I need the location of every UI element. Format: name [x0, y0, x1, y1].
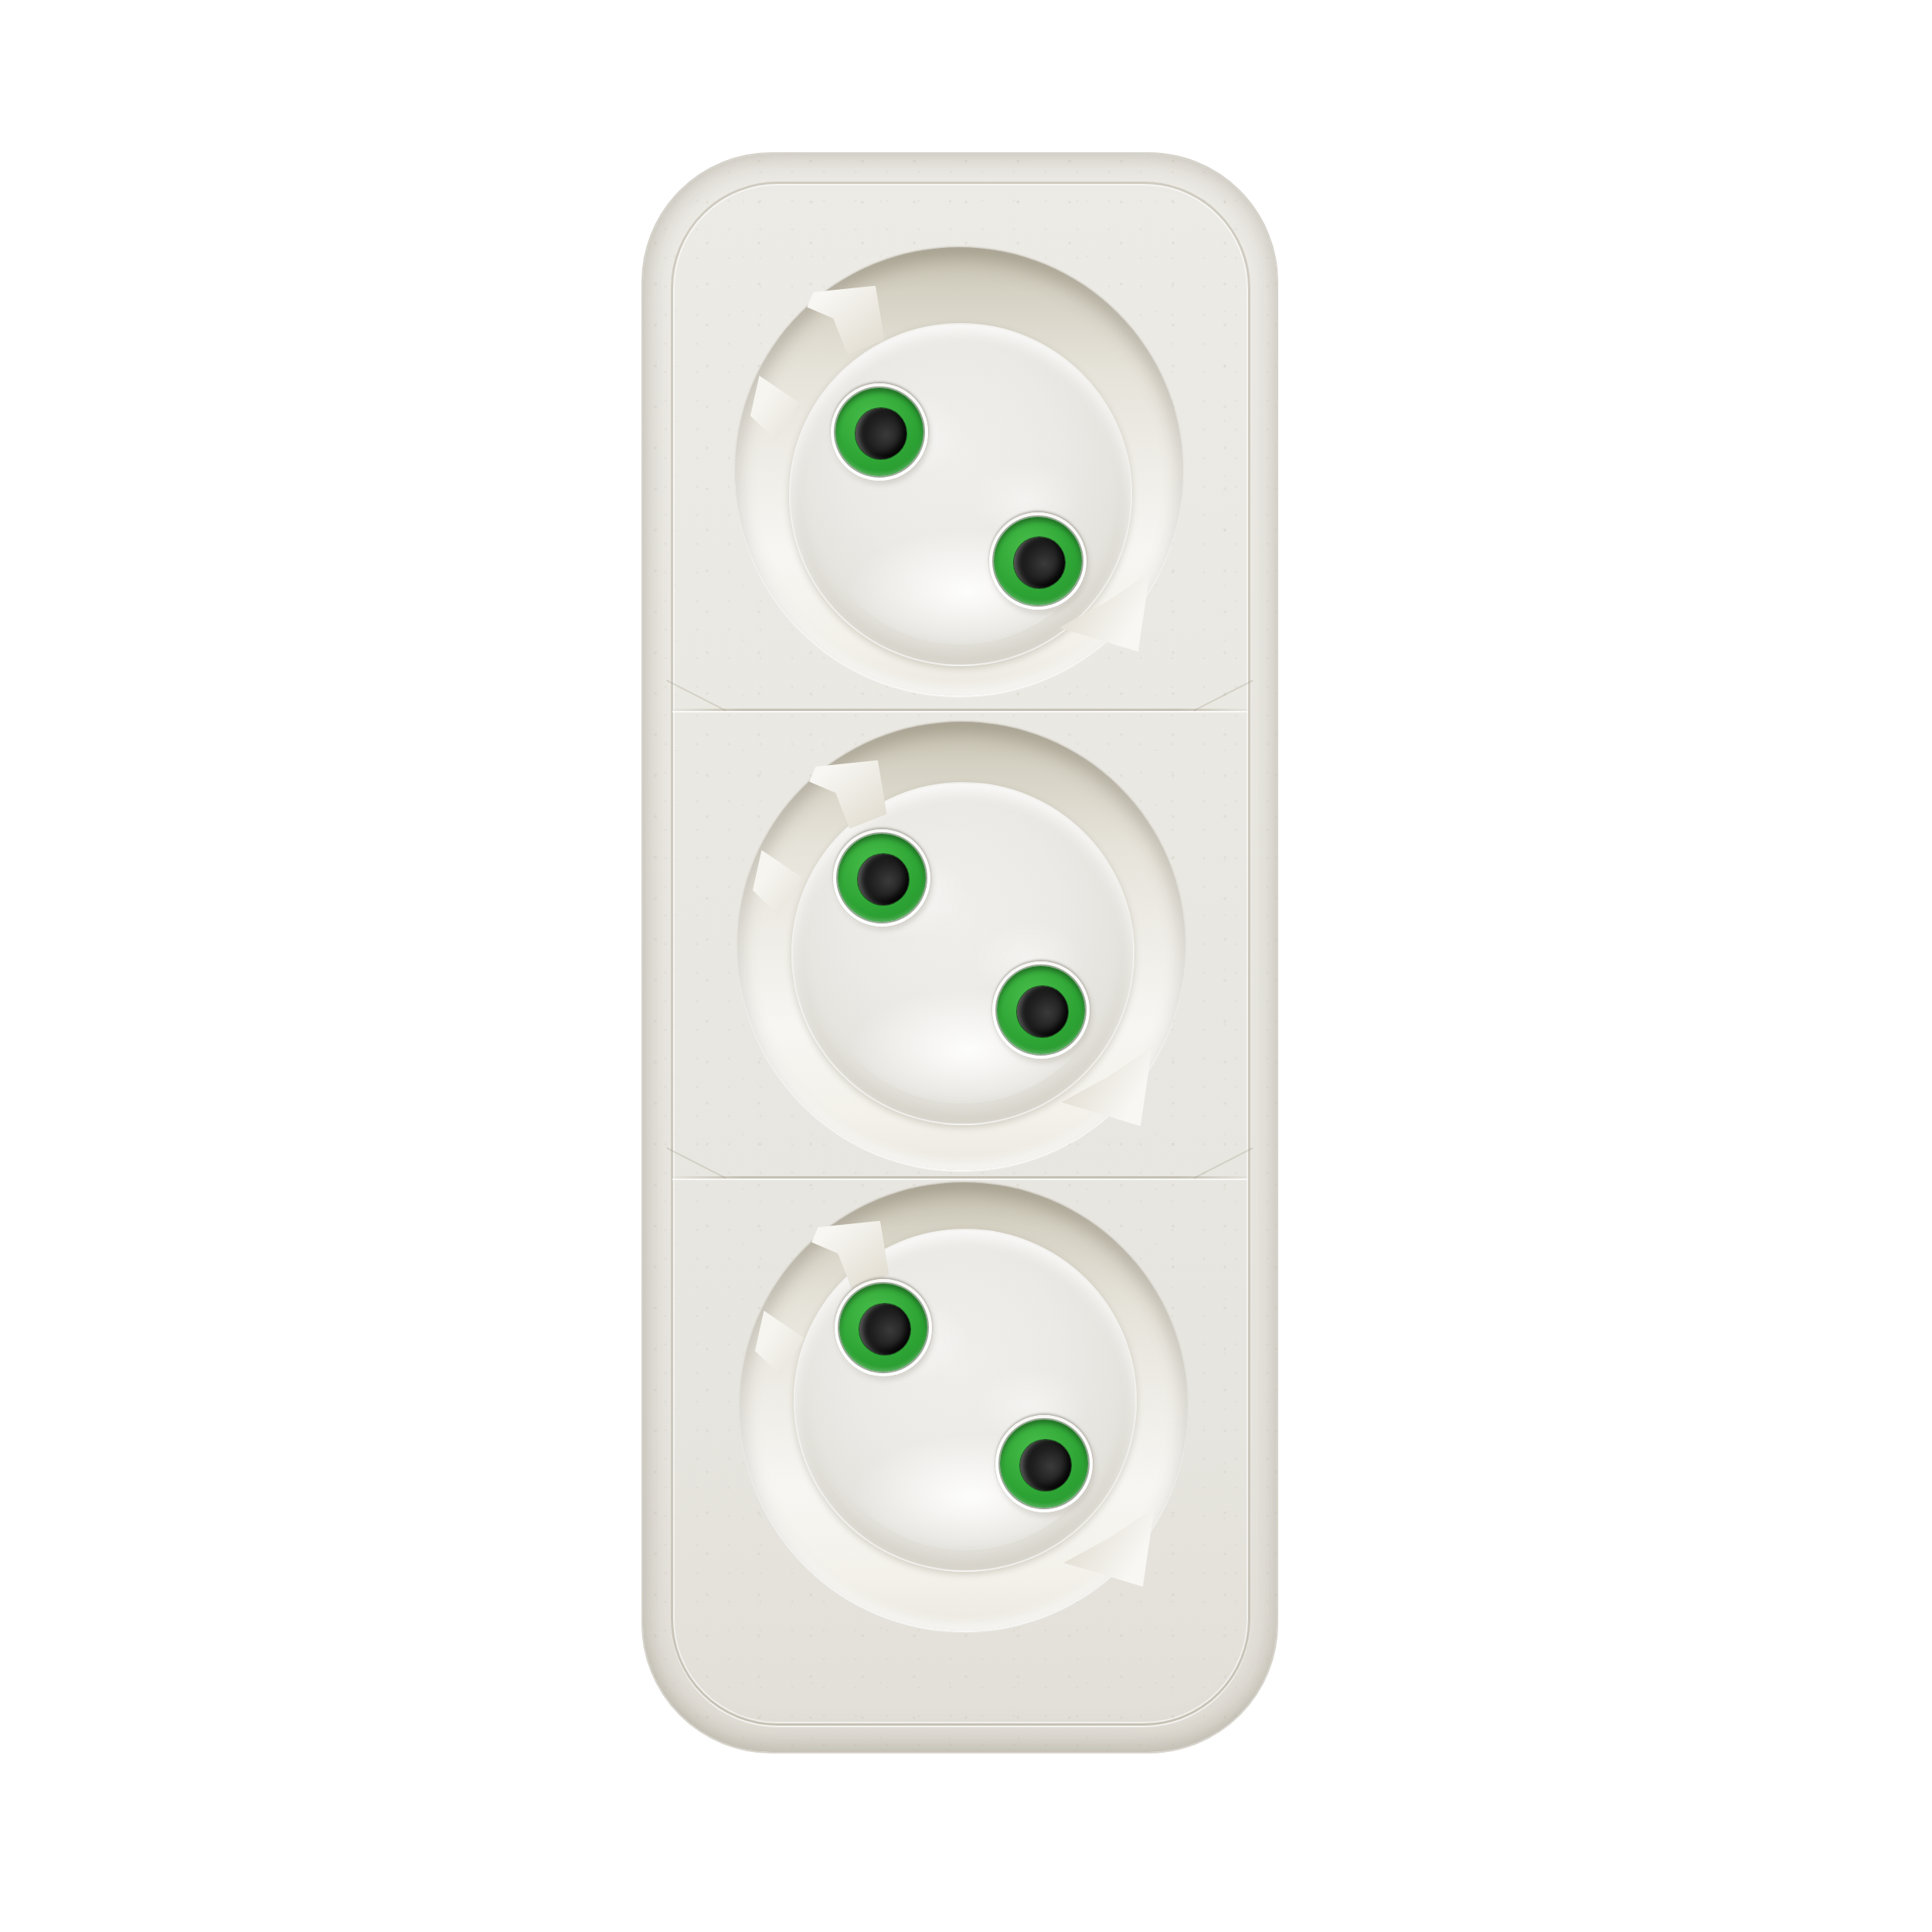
pin-hole-lower-right — [992, 961, 1090, 1059]
pin-hole-center — [1017, 986, 1068, 1037]
socket-outlet-bottom — [740, 1182, 1188, 1631]
pin-hole-center — [855, 408, 906, 459]
pin-hole-upper-left — [831, 383, 928, 481]
socket-recess-floor — [791, 782, 1134, 1125]
pin-hole-upper-left — [835, 1279, 932, 1376]
pin-hole-lower-right — [989, 512, 1087, 610]
pin-hole-lower-right — [995, 1415, 1093, 1512]
product-photo-canvas — [0, 0, 1932, 1932]
pin-hole-center — [859, 1304, 910, 1355]
socket-outlet-top — [735, 247, 1183, 696]
socket-recess-floor — [794, 1229, 1137, 1572]
pin-hole-center — [1020, 1440, 1071, 1491]
section-divider-bottom — [672, 1176, 1247, 1179]
pin-hole-center — [858, 854, 909, 905]
section-divider-top — [672, 709, 1247, 711]
socket-outlet-middle — [737, 722, 1185, 1170]
socket-recess-floor — [789, 323, 1132, 666]
power-strip-body — [641, 152, 1278, 1753]
retention-tab-left — [750, 376, 806, 440]
pin-hole-center — [1014, 537, 1065, 588]
pin-hole-upper-left — [833, 829, 930, 927]
